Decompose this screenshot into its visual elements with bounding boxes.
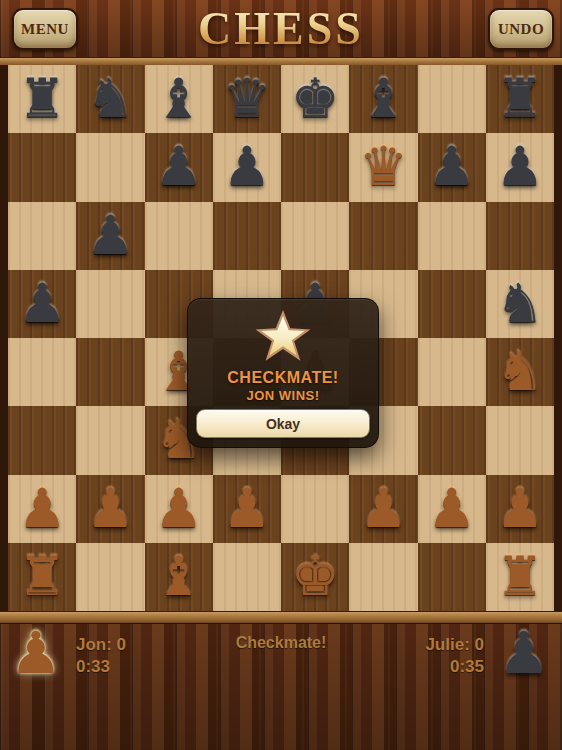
dialog-title: CHECKMATE! bbox=[188, 369, 378, 387]
square-g1[interactable] bbox=[418, 543, 486, 611]
square-a1[interactable]: ♜ bbox=[8, 543, 76, 611]
white-rook: ♜ bbox=[496, 550, 544, 604]
white-pawn: ♟ bbox=[223, 482, 271, 536]
square-f7[interactable]: ♛ bbox=[349, 133, 417, 201]
header-bar: CHESS MENU UNDO bbox=[0, 0, 562, 57]
square-h2[interactable]: ♟ bbox=[486, 475, 554, 543]
square-d8[interactable]: ♛ bbox=[213, 65, 281, 133]
black-knight: ♞ bbox=[496, 277, 544, 331]
square-b2[interactable]: ♟ bbox=[76, 475, 144, 543]
square-f2[interactable]: ♟ bbox=[349, 475, 417, 543]
square-g6[interactable] bbox=[418, 202, 486, 270]
square-h4[interactable]: ♞ bbox=[486, 338, 554, 406]
black-bishop: ♝ bbox=[154, 72, 202, 126]
status-bar: ♟ Jon: 0 0:33 Checkmate! Julie: 0 0:35 ♟ bbox=[0, 622, 562, 750]
white-knight: ♞ bbox=[496, 345, 544, 399]
square-b4[interactable] bbox=[76, 338, 144, 406]
square-f1[interactable] bbox=[349, 543, 417, 611]
square-b3[interactable] bbox=[76, 406, 144, 474]
square-b8[interactable]: ♞ bbox=[76, 65, 144, 133]
undo-button[interactable]: UNDO bbox=[488, 8, 554, 50]
square-e7[interactable] bbox=[281, 133, 349, 201]
black-knight: ♞ bbox=[86, 72, 134, 126]
square-h1[interactable]: ♜ bbox=[486, 543, 554, 611]
square-c7[interactable]: ♟ bbox=[145, 133, 213, 201]
white-rook: ♜ bbox=[18, 550, 66, 604]
white-pawn: ♟ bbox=[359, 482, 407, 536]
square-b1[interactable] bbox=[76, 543, 144, 611]
square-h3[interactable] bbox=[486, 406, 554, 474]
square-b5[interactable] bbox=[76, 270, 144, 338]
square-g2[interactable]: ♟ bbox=[418, 475, 486, 543]
white-pawn: ♟ bbox=[86, 482, 134, 536]
square-c1[interactable]: ♝ bbox=[145, 543, 213, 611]
square-g5[interactable] bbox=[418, 270, 486, 338]
white-player-time: 0:33 bbox=[76, 656, 126, 678]
black-rook: ♜ bbox=[496, 72, 544, 126]
black-pawn: ♟ bbox=[86, 209, 134, 263]
white-pawn: ♟ bbox=[427, 482, 475, 536]
okay-button[interactable]: Okay bbox=[196, 409, 370, 438]
square-f8[interactable]: ♝ bbox=[349, 65, 417, 133]
square-a2[interactable]: ♟ bbox=[8, 475, 76, 543]
square-g7[interactable]: ♟ bbox=[418, 133, 486, 201]
square-a7[interactable] bbox=[8, 133, 76, 201]
square-b6[interactable]: ♟ bbox=[76, 202, 144, 270]
app-title: CHESS bbox=[0, 0, 562, 57]
square-a5[interactable]: ♟ bbox=[8, 270, 76, 338]
square-h8[interactable]: ♜ bbox=[486, 65, 554, 133]
square-g8[interactable] bbox=[418, 65, 486, 133]
square-e8[interactable]: ♚ bbox=[281, 65, 349, 133]
square-d1[interactable] bbox=[213, 543, 281, 611]
square-e2[interactable] bbox=[281, 475, 349, 543]
white-king: ♚ bbox=[291, 550, 339, 604]
black-rook: ♜ bbox=[18, 72, 66, 126]
square-h7[interactable]: ♟ bbox=[486, 133, 554, 201]
square-e1[interactable]: ♚ bbox=[281, 543, 349, 611]
black-player-score: Julie: 0 bbox=[425, 634, 484, 656]
square-g4[interactable] bbox=[418, 338, 486, 406]
black-player-info: Julie: 0 0:35 bbox=[425, 634, 484, 678]
white-pawn: ♟ bbox=[18, 482, 66, 536]
square-b7[interactable] bbox=[76, 133, 144, 201]
white-queen: ♛ bbox=[359, 140, 407, 194]
square-a6[interactable] bbox=[8, 202, 76, 270]
white-pawn-icon: ♟ bbox=[10, 624, 62, 682]
square-c6[interactable] bbox=[145, 202, 213, 270]
square-d2[interactable]: ♟ bbox=[213, 475, 281, 543]
black-queen: ♛ bbox=[223, 72, 271, 126]
black-pawn: ♟ bbox=[223, 140, 271, 194]
square-f6[interactable] bbox=[349, 202, 417, 270]
square-a4[interactable] bbox=[8, 338, 76, 406]
black-bishop: ♝ bbox=[359, 72, 407, 126]
black-king: ♚ bbox=[291, 72, 339, 126]
black-pawn: ♟ bbox=[18, 277, 66, 331]
dialog-subtitle: JON WINS! bbox=[188, 388, 378, 403]
square-d6[interactable] bbox=[213, 202, 281, 270]
square-e6[interactable] bbox=[281, 202, 349, 270]
square-h5[interactable]: ♞ bbox=[486, 270, 554, 338]
square-c8[interactable]: ♝ bbox=[145, 65, 213, 133]
white-bishop: ♝ bbox=[154, 550, 202, 604]
black-pawn: ♟ bbox=[427, 140, 475, 194]
black-pawn-icon: ♟ bbox=[498, 624, 550, 682]
menu-button[interactable]: MENU bbox=[12, 8, 78, 50]
white-pawn: ♟ bbox=[496, 482, 544, 536]
square-h6[interactable] bbox=[486, 202, 554, 270]
square-a8[interactable]: ♜ bbox=[8, 65, 76, 133]
square-g3[interactable] bbox=[418, 406, 486, 474]
star-icon bbox=[255, 310, 311, 364]
square-d7[interactable]: ♟ bbox=[213, 133, 281, 201]
black-pawn: ♟ bbox=[496, 140, 544, 194]
checkmate-dialog: CHECKMATE! JON WINS! Okay bbox=[187, 298, 379, 448]
black-player-time: 0:35 bbox=[425, 656, 484, 678]
black-pawn: ♟ bbox=[154, 140, 202, 194]
white-pawn: ♟ bbox=[154, 482, 202, 536]
square-c2[interactable]: ♟ bbox=[145, 475, 213, 543]
square-a3[interactable] bbox=[8, 406, 76, 474]
